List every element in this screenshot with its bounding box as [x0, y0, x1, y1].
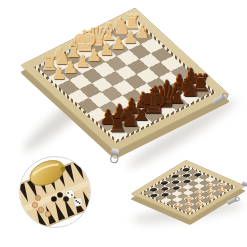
chess-board: ♜♟♟♜♞♟♟♞♝♟♟♝♛♟♟♛♚♟♟♚♝♟♟♝♞♟♟♞♜♟♟♜ — [50, 5, 200, 155]
backgammon-interior-graphic — [20, 157, 91, 228]
checkers-square — [184, 208, 195, 214]
checkers-board — [147, 149, 229, 231]
product-photo-stage: ♜♟♟♜♞♟♟♞♝♟♟♝♛♟♟♛♚♟♟♚♝♟♟♝♞♟♟♞♜♟♟♜ — [0, 0, 247, 247]
chess-board-top: ♜♟♟♜♞♟♟♞♝♟♟♝♛♟♟♛♚♟♟♚♝♟♟♝♞♟♟♞♜♟♟♜ — [20, 8, 230, 153]
wooden-checker — [185, 208, 194, 213]
backgammon-inset — [19, 156, 91, 228]
decorative-border-strip: ♜♟♟♜♞♟♟♞♝♟♟♝♛♟♟♛♚♟♟♚♝♟♟♝♞♟♟♞♜♟♟♜ — [34, 17, 216, 143]
checkers-board-top — [130, 160, 246, 220]
metal-latch-icon — [110, 148, 119, 156]
